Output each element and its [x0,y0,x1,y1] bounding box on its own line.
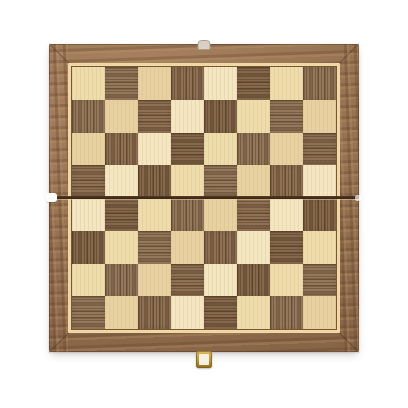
square-b6 [105,133,138,166]
square-h6 [303,133,336,166]
fold-gap-right [355,195,361,201]
square-c7 [138,100,171,133]
square-c8 [138,67,171,100]
square-g5 [270,165,303,198]
square-a1 [72,296,105,329]
square-d3 [171,231,204,264]
square-f1 [237,296,270,329]
square-d7 [171,100,204,133]
square-h1 [303,296,336,329]
square-h3 [303,231,336,264]
square-a6 [72,133,105,166]
square-g3 [270,231,303,264]
square-f8 [237,67,270,100]
square-c6 [138,133,171,166]
square-e3 [204,231,237,264]
square-f3 [237,231,270,264]
square-a2 [72,264,105,297]
square-f4 [237,198,270,231]
square-g7 [270,100,303,133]
square-d8 [171,67,204,100]
square-a8 [72,67,105,100]
square-d2 [171,264,204,297]
square-d6 [171,133,204,166]
square-c4 [138,198,171,231]
square-b3 [105,231,138,264]
square-h5 [303,165,336,198]
square-b2 [105,264,138,297]
square-h4 [303,198,336,231]
square-f5 [237,165,270,198]
square-b5 [105,165,138,198]
square-a4 [72,198,105,231]
square-b8 [105,67,138,100]
board-upper-half [72,67,336,198]
square-d5 [171,165,204,198]
square-e7 [204,100,237,133]
square-c3 [138,231,171,264]
square-a3 [72,231,105,264]
square-g1 [270,296,303,329]
square-c5 [138,165,171,198]
fold-seam [49,196,359,200]
square-b4 [105,198,138,231]
square-e2 [204,264,237,297]
square-a7 [72,100,105,133]
square-e5 [204,165,237,198]
square-d4 [171,198,204,231]
square-a5 [72,165,105,198]
square-h2 [303,264,336,297]
square-g4 [270,198,303,231]
product-photo [0,0,408,408]
chess-box [49,44,359,352]
square-g8 [270,67,303,100]
square-f6 [237,133,270,166]
square-b7 [105,100,138,133]
square-g2 [270,264,303,297]
square-e4 [204,198,237,231]
square-h8 [303,67,336,100]
square-f2 [237,264,270,297]
square-f7 [237,100,270,133]
square-e1 [204,296,237,329]
square-h7 [303,100,336,133]
fold-gap-left [46,193,57,202]
board-lower-half [72,198,336,329]
square-d1 [171,296,204,329]
square-b1 [105,296,138,329]
square-g6 [270,133,303,166]
square-c2 [138,264,171,297]
square-e8 [204,67,237,100]
clasp-latch [196,351,212,368]
square-e6 [204,133,237,166]
hinge-catch [198,40,211,50]
square-c1 [138,296,171,329]
